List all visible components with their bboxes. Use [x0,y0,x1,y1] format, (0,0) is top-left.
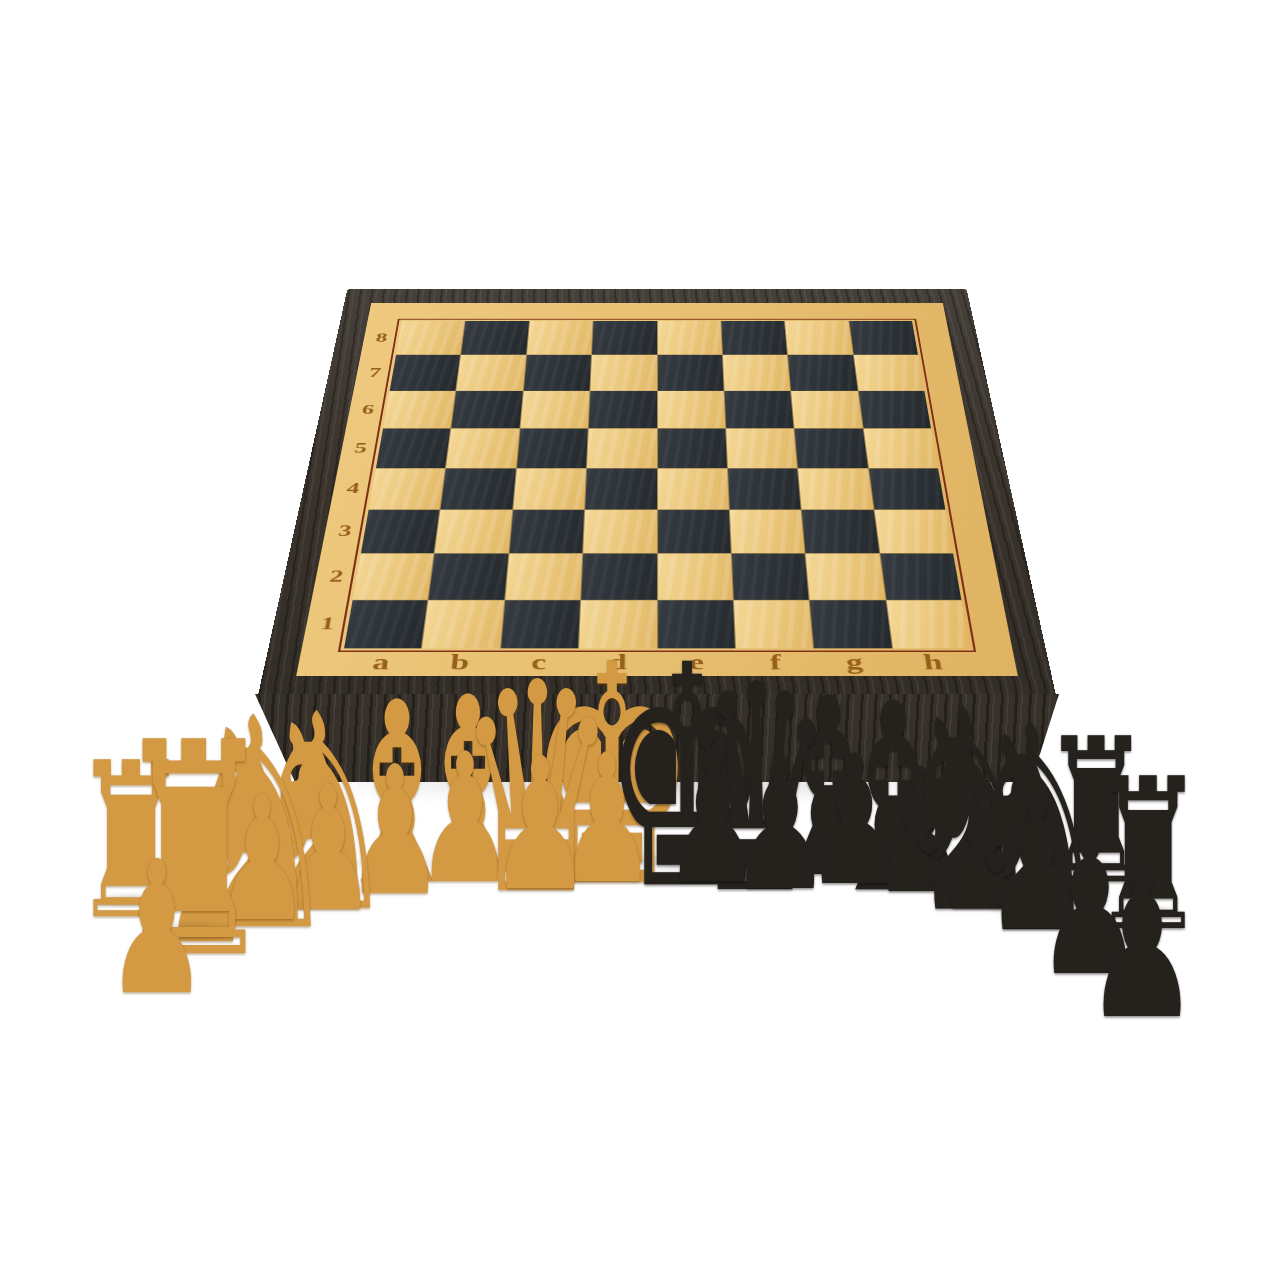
square-e3[interactable] [658,510,731,553]
square-d6[interactable] [589,391,657,428]
square-b3[interactable] [435,510,512,553]
black-pawn-offboard-10[interactable]: ♟ [729,733,831,916]
square-e4[interactable] [658,468,729,509]
square-a7[interactable] [390,355,461,390]
square-h1[interactable] [886,600,970,648]
chess-set-photo: abcdefgh87654321 ♜♜♞♞♝♝♛♚♟♟♟♟♟♟♟♟♚♛♝♝♞♞♜… [0,0,1280,1280]
square-b2[interactable] [429,554,508,600]
square-d7[interactable] [591,355,657,390]
square-d3[interactable] [583,510,656,553]
square-a5[interactable] [376,429,451,468]
square-h8[interactable] [849,321,918,355]
square-a1[interactable] [344,600,428,648]
square-b4[interactable] [441,468,516,509]
square-a3[interactable] [361,510,440,553]
square-g3[interactable] [802,510,879,553]
square-g7[interactable] [788,355,857,390]
square-f2[interactable] [732,554,809,600]
board-grid [344,321,970,648]
square-h5[interactable] [863,429,938,468]
white-pawn-offboard-9[interactable]: ♟ [106,836,208,1020]
square-c5[interactable] [517,429,588,468]
white-pawn-offboard-15[interactable]: ♟ [489,733,591,916]
rank-label-4: 4 [345,480,361,497]
square-f7[interactable] [723,355,791,390]
square-b8[interactable] [461,321,528,355]
square-c4[interactable] [513,468,586,509]
square-e2[interactable] [658,554,733,600]
square-h3[interactable] [874,510,953,553]
square-c3[interactable] [509,510,584,553]
square-d4[interactable] [585,468,656,509]
square-g6[interactable] [791,391,862,428]
square-a2[interactable] [353,554,434,600]
square-b5[interactable] [446,429,519,468]
square-f5[interactable] [726,429,797,468]
square-h4[interactable] [869,468,946,509]
square-a8[interactable] [396,321,465,355]
square-g4[interactable] [798,468,873,509]
square-c7[interactable] [524,355,592,390]
square-d2[interactable] [581,554,656,600]
black-pawn-offboard-16[interactable]: ♟ [1084,841,1199,1048]
square-h2[interactable] [880,554,961,600]
square-f8[interactable] [721,321,787,355]
square-b7[interactable] [457,355,526,390]
square-d5[interactable] [587,429,656,468]
square-c8[interactable] [527,321,593,355]
square-g5[interactable] [795,429,868,468]
square-g8[interactable] [785,321,852,355]
square-f4[interactable] [728,468,801,509]
square-c2[interactable] [505,554,582,600]
square-e8[interactable] [657,321,721,355]
square-e6[interactable] [657,391,725,428]
square-e7[interactable] [657,355,723,390]
square-h6[interactable] [858,391,931,428]
square-f6[interactable] [724,391,793,428]
square-a4[interactable] [369,468,446,509]
square-e5[interactable] [657,429,726,468]
square-b6[interactable] [452,391,523,428]
square-g2[interactable] [806,554,885,600]
square-h7[interactable] [854,355,925,390]
square-c6[interactable] [520,391,589,428]
square-f3[interactable] [730,510,805,553]
square-d8[interactable] [592,321,656,355]
square-a6[interactable] [383,391,456,428]
